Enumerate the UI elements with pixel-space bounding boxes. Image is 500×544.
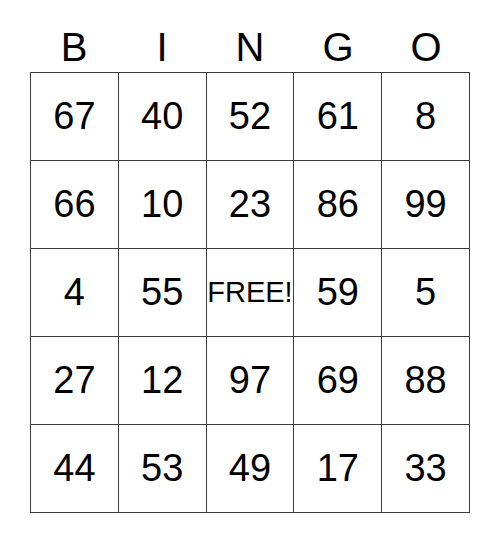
bingo-cell-r2c3[interactable]: 59 (294, 249, 382, 337)
bingo-cell-r1c4[interactable]: 99 (382, 161, 470, 249)
bingo-cell-r4c3[interactable]: 17 (294, 425, 382, 513)
bingo-cell-r3c2[interactable]: 97 (207, 337, 295, 425)
header-letter-b: B (30, 27, 118, 72)
header-letter-g: G (294, 27, 382, 72)
bingo-cell-r0c1[interactable]: 40 (119, 73, 207, 161)
bingo-cell-r2c1[interactable]: 55 (119, 249, 207, 337)
bingo-cell-r0c0[interactable]: 67 (31, 73, 119, 161)
bingo-header-row: B I N G O (30, 0, 470, 72)
bingo-cell-r2c0[interactable]: 4 (31, 249, 119, 337)
bingo-cell-r1c0[interactable]: 66 (31, 161, 119, 249)
bingo-card: B I N G O 67 40 52 61 8 66 10 23 86 99 4… (30, 0, 470, 513)
bingo-cell-r0c4[interactable]: 8 (382, 73, 470, 161)
bingo-cell-r3c3[interactable]: 69 (294, 337, 382, 425)
bingo-cell-free[interactable]: FREE! (207, 249, 295, 337)
bingo-cell-r3c1[interactable]: 12 (119, 337, 207, 425)
bingo-cell-r1c1[interactable]: 10 (119, 161, 207, 249)
bingo-cell-r0c3[interactable]: 61 (294, 73, 382, 161)
header-letter-n: N (206, 27, 294, 72)
bingo-cell-r1c3[interactable]: 86 (294, 161, 382, 249)
bingo-cell-r3c0[interactable]: 27 (31, 337, 119, 425)
bingo-card-page: B I N G O 67 40 52 61 8 66 10 23 86 99 4… (0, 0, 500, 544)
bingo-cell-r3c4[interactable]: 88 (382, 337, 470, 425)
bingo-cell-r4c2[interactable]: 49 (207, 425, 295, 513)
bingo-grid: 67 40 52 61 8 66 10 23 86 99 4 55 FREE! … (30, 72, 470, 513)
bingo-cell-r0c2[interactable]: 52 (207, 73, 295, 161)
bingo-cell-r1c2[interactable]: 23 (207, 161, 295, 249)
bingo-cell-r4c4[interactable]: 33 (382, 425, 470, 513)
bingo-cell-r4c0[interactable]: 44 (31, 425, 119, 513)
bingo-cell-r4c1[interactable]: 53 (119, 425, 207, 513)
header-letter-o: O (382, 27, 470, 72)
header-letter-i: I (118, 27, 206, 72)
bingo-cell-r2c4[interactable]: 5 (382, 249, 470, 337)
